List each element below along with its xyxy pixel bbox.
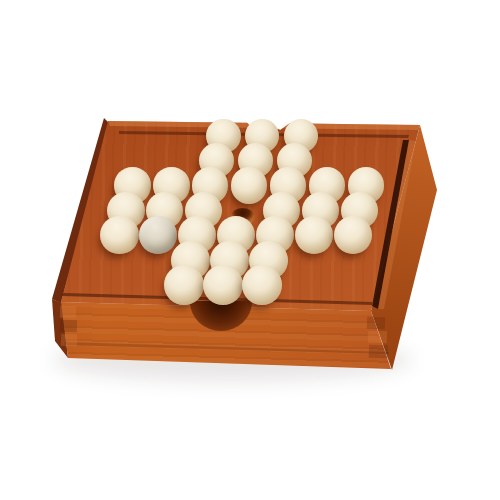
product-photo-peg-solitaire <box>0 0 500 500</box>
solitaire-board-grid <box>0 0 500 500</box>
marble-r4c6[interactable] <box>334 216 372 254</box>
marble-r6c2[interactable] <box>164 265 204 305</box>
marble-r6c3[interactable] <box>203 265 243 305</box>
marble-r6c4[interactable] <box>242 265 282 305</box>
marble-r4c5[interactable] <box>295 216 333 254</box>
marble-r4c0[interactable] <box>100 216 138 254</box>
marble-r2c3[interactable] <box>231 167 267 203</box>
marble-r4c1[interactable] <box>139 216 177 254</box>
